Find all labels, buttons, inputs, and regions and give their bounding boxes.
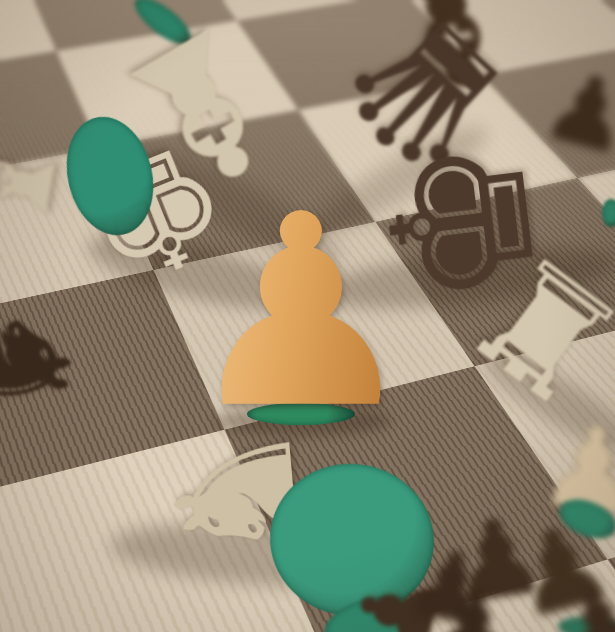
blurred-dark-pawn-4: ♟ <box>426 576 519 632</box>
fallen-white-piece-left-edge: ♝ <box>0 121 78 243</box>
chess-photo-scene: ♝♟♝♝♛♚♚♜♟♞♞♟♟♟♟♟♟♟ <box>0 0 615 632</box>
felt-sliver-right-edge <box>602 199 615 227</box>
standing-white-pawn-hero: ♟ <box>182 180 420 445</box>
